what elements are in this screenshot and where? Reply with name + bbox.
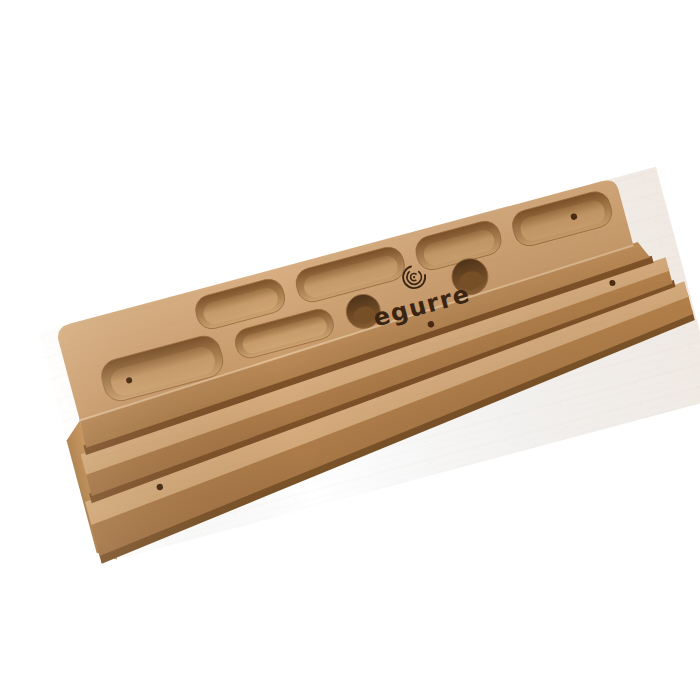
hangboard: egurre — [38, 167, 700, 564]
product-photo-canvas: egurre — [0, 0, 700, 700]
lighting-overlay — [38, 167, 700, 564]
hangboard-photo: egurre — [0, 0, 700, 700]
